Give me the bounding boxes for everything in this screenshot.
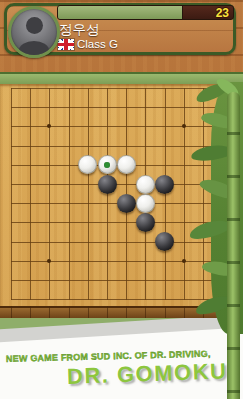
person-icon (26, 17, 43, 34)
grid-line (107, 88, 108, 300)
grid-line (165, 88, 166, 300)
grid-line (49, 88, 50, 300)
stone-white[interactable] (98, 155, 117, 174)
class-label: Class G (77, 38, 118, 50)
score-value: 23 (216, 6, 229, 20)
grid-line (11, 88, 12, 300)
grid-line (88, 88, 89, 300)
person-icon-body (19, 41, 49, 58)
star-point (182, 259, 186, 263)
player-class-row: Class G (58, 38, 118, 50)
app-root: NEW GAME FROM SUD INC. OF DR. DRIVING, D… (0, 0, 243, 399)
stone-black[interactable] (98, 175, 117, 194)
grid-line (30, 88, 31, 300)
player-avatar[interactable] (8, 6, 60, 58)
stone-white[interactable] (136, 175, 155, 194)
stone-white[interactable] (117, 155, 136, 174)
stone-white[interactable] (136, 194, 155, 213)
stone-black[interactable] (117, 194, 136, 213)
last-move-marker (104, 162, 110, 168)
stone-black[interactable] (136, 213, 155, 232)
bamboo-plant (193, 80, 243, 399)
stone-white[interactable] (78, 155, 97, 174)
grid-line (69, 88, 70, 300)
progress-bar: 23 (57, 5, 234, 20)
star-point (47, 124, 51, 128)
uk-flag-icon (58, 39, 74, 50)
star-point (182, 124, 186, 128)
star-point (47, 259, 51, 263)
stone-black[interactable] (155, 232, 174, 251)
player-name: 정우성 (59, 21, 100, 39)
bamboo-stalk (227, 92, 240, 399)
progress-fill (58, 6, 183, 19)
stone-black[interactable] (155, 175, 174, 194)
grid-line (184, 88, 185, 300)
